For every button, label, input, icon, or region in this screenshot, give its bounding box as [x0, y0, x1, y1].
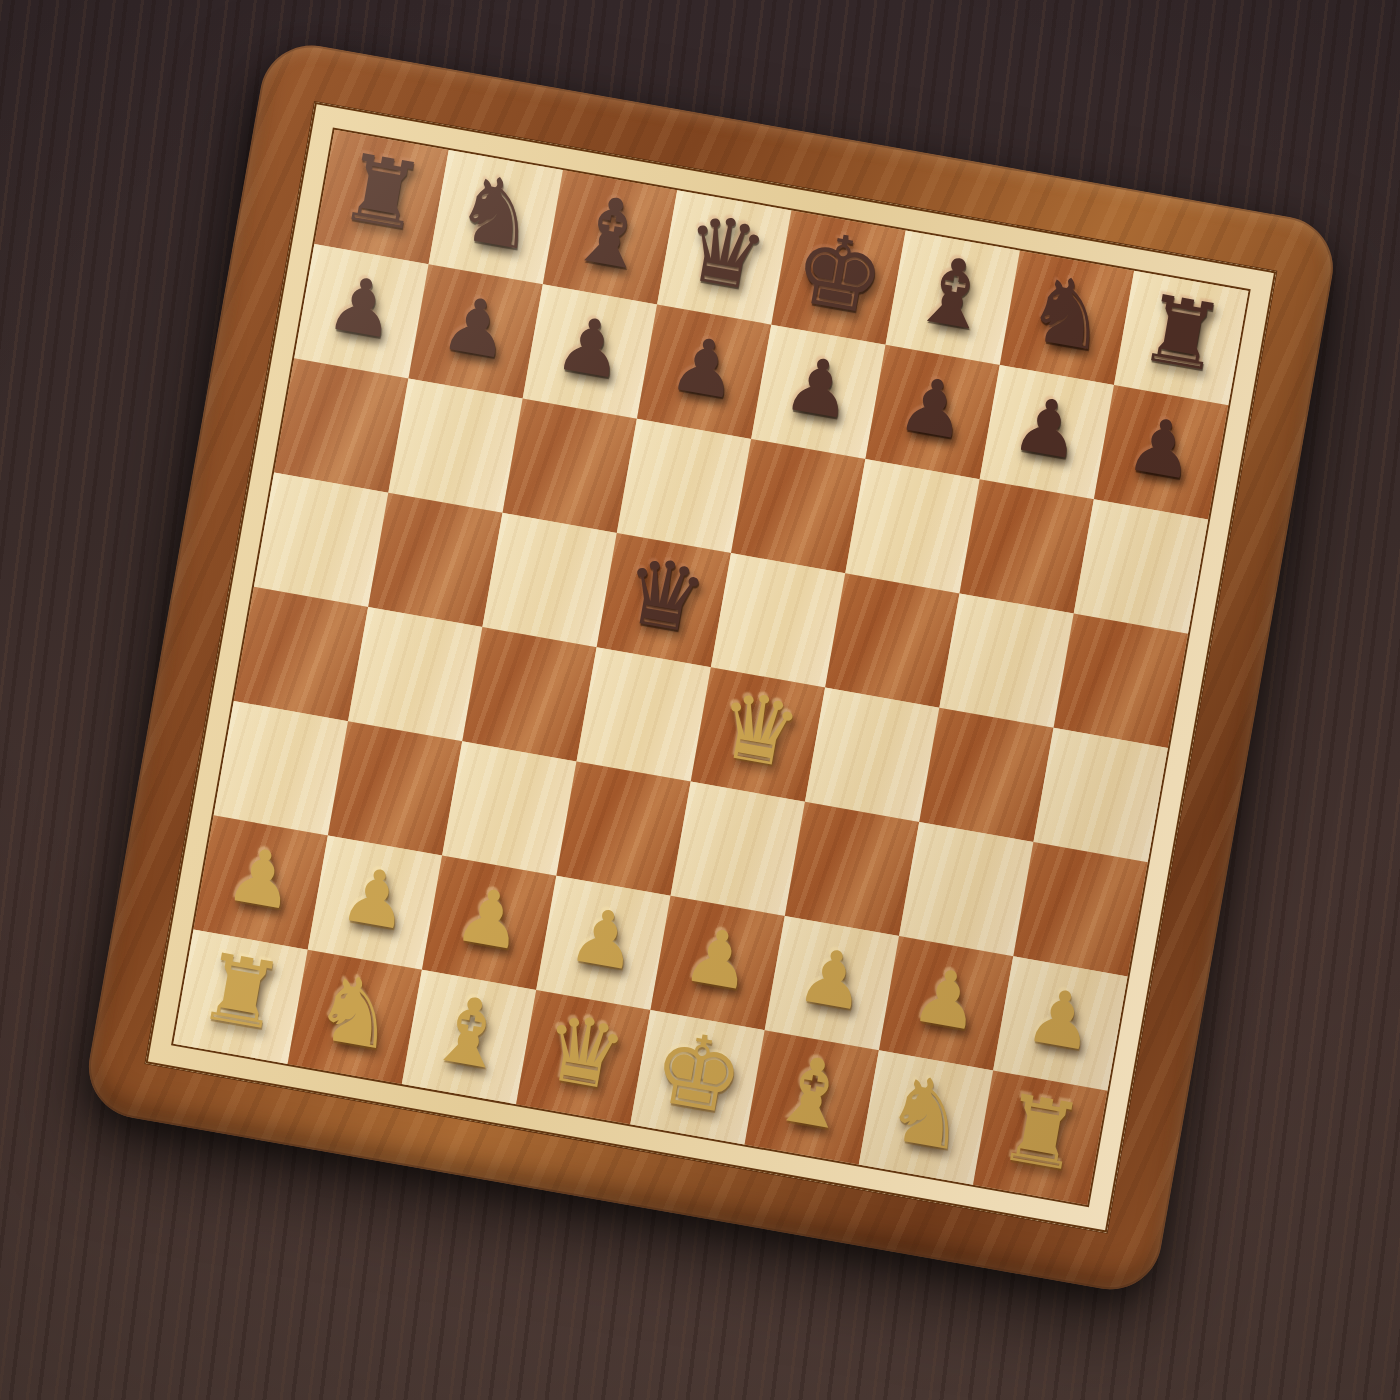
piece-black-pawn-d7: ♟ [665, 324, 745, 411]
piece-black-pawn-f7: ♟ [893, 365, 973, 452]
square-g2: ♟ [879, 936, 1013, 1070]
square-a1: ♜ [173, 930, 307, 1064]
piece-black-knight-g8: ♞ [1019, 261, 1116, 366]
piece-black-rook-a8: ♜ [334, 141, 431, 246]
piece-white-pawn-a2: ♟ [221, 835, 301, 922]
square-g8: ♞ [1000, 251, 1134, 385]
square-b1: ♞ [288, 950, 422, 1084]
piece-black-pawn-g7: ♟ [1007, 385, 1087, 472]
piece-black-bishop-c8: ♝ [562, 181, 659, 286]
piece-black-rook-h8: ♜ [1133, 282, 1230, 387]
square-d8: ♛ [657, 190, 791, 324]
square-b6 [388, 378, 522, 512]
square-d4 [576, 647, 710, 781]
square-h6 [1074, 499, 1208, 633]
piece-white-pawn-d2: ♟ [564, 896, 644, 983]
square-a2: ♟ [193, 815, 327, 949]
square-e5 [711, 553, 845, 687]
square-g3 [899, 822, 1033, 956]
square-d3 [556, 761, 690, 895]
square-c3 [442, 741, 576, 875]
square-b8: ♞ [429, 150, 563, 284]
board-maple-border: ♜♞♝♛♚♝♞♜♟♟♟♟♟♟♟♟♛♛♟♟♟♟♟♟♟♟♜♞♝♛♚♝♞♜ [146, 102, 1277, 1233]
square-b2: ♟ [308, 835, 442, 969]
piece-white-pawn-f2: ♟ [792, 936, 872, 1023]
square-c8: ♝ [543, 170, 677, 304]
piece-black-king-e8: ♚ [786, 217, 892, 331]
piece-white-pawn-h2: ♟ [1021, 976, 1101, 1063]
square-d7: ♟ [637, 305, 771, 439]
square-a3 [214, 701, 348, 835]
piece-white-rook-h1: ♜ [992, 1081, 1089, 1186]
square-g4 [919, 708, 1053, 842]
square-h2: ♟ [993, 956, 1127, 1090]
piece-black-pawn-a7: ♟ [322, 264, 402, 351]
piece-white-bishop-c1: ♝ [421, 981, 518, 1086]
square-h1: ♜ [973, 1071, 1107, 1205]
piece-black-pawn-b7: ♟ [436, 284, 516, 371]
piece-white-pawn-e2: ♟ [678, 916, 758, 1003]
piece-black-pawn-c7: ♟ [550, 304, 630, 391]
square-g1: ♞ [859, 1050, 993, 1184]
square-d6 [617, 419, 751, 553]
square-e8: ♚ [771, 210, 905, 344]
piece-white-knight-b1: ♞ [307, 960, 404, 1065]
square-c5 [482, 513, 616, 647]
piece-black-pawn-e7: ♟ [779, 345, 859, 432]
square-e6 [731, 439, 865, 573]
square-e7: ♟ [751, 325, 885, 459]
square-e1: ♚ [630, 1010, 764, 1144]
piece-black-bishop-f8: ♝ [905, 241, 1002, 346]
square-h3 [1013, 842, 1147, 976]
square-b7: ♟ [408, 264, 542, 398]
square-h5 [1054, 614, 1188, 748]
board-frame: ♜♞♝♛♚♝♞♜♟♟♟♟♟♟♟♟♛♛♟♟♟♟♟♟♟♟♜♞♝♛♚♝♞♜ [81, 37, 1341, 1297]
square-c7: ♟ [523, 284, 657, 418]
chess-board: ♜♞♝♛♚♝♞♜♟♟♟♟♟♟♟♟♛♛♟♟♟♟♟♟♟♟♜♞♝♛♚♝♞♜ [81, 37, 1341, 1297]
square-d2: ♟ [536, 876, 670, 1010]
piece-white-king-e1: ♚ [645, 1016, 751, 1130]
square-h8: ♜ [1114, 271, 1248, 405]
square-f7: ♟ [865, 345, 999, 479]
square-c4 [462, 627, 596, 761]
square-b4 [348, 607, 482, 741]
square-d5: ♛ [597, 533, 731, 667]
square-a5 [254, 473, 388, 607]
piece-white-pawn-b2: ♟ [335, 855, 415, 942]
square-a8: ♜ [314, 130, 448, 264]
square-f3 [785, 802, 919, 936]
square-a4 [234, 587, 368, 721]
piece-black-queen-d5: ♛ [616, 544, 713, 649]
piece-white-pawn-c2: ♟ [450, 875, 530, 962]
square-b5 [368, 493, 502, 627]
square-f4 [805, 688, 939, 822]
square-c6 [503, 399, 637, 533]
square-f5 [825, 573, 959, 707]
square-h7: ♟ [1094, 385, 1228, 519]
square-c2: ♟ [422, 856, 556, 990]
board-grid: ♜♞♝♛♚♝♞♜♟♟♟♟♟♟♟♟♛♛♟♟♟♟♟♟♟♟♜♞♝♛♚♝♞♜ [173, 130, 1248, 1205]
piece-white-pawn-g2: ♟ [907, 956, 987, 1043]
square-a7: ♟ [294, 244, 428, 378]
square-h4 [1033, 728, 1167, 862]
square-c1: ♝ [402, 970, 536, 1104]
square-e3 [671, 782, 805, 916]
piece-white-queen-d1: ♛ [535, 1001, 632, 1106]
square-d1: ♛ [516, 990, 650, 1124]
piece-white-bishop-f1: ♝ [764, 1041, 861, 1146]
square-e4: ♛ [691, 667, 825, 801]
square-b3 [328, 721, 462, 855]
piece-white-knight-g1: ♞ [878, 1061, 975, 1166]
square-f2: ♟ [765, 916, 899, 1050]
piece-white-queen-e4: ♛ [710, 678, 807, 783]
square-f6 [845, 459, 979, 593]
piece-black-knight-b8: ♞ [448, 161, 545, 266]
piece-black-queen-d8: ♛ [676, 201, 773, 306]
square-f1: ♝ [745, 1030, 879, 1164]
square-g5 [939, 593, 1073, 727]
piece-black-pawn-h7: ♟ [1122, 405, 1202, 492]
square-f8: ♝ [886, 231, 1020, 365]
square-a6 [274, 358, 408, 492]
piece-white-rook-a1: ♜ [193, 940, 290, 1045]
chess-product-photo: ♜♞♝♛♚♝♞♜♟♟♟♟♟♟♟♟♛♛♟♟♟♟♟♟♟♟♜♞♝♛♚♝♞♜ [0, 0, 1400, 1400]
square-g6 [959, 479, 1093, 613]
square-g7: ♟ [980, 365, 1114, 499]
